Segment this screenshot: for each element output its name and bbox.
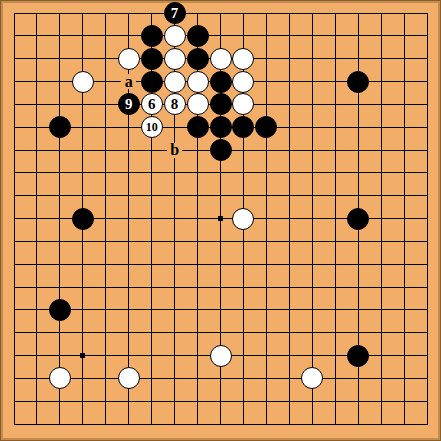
- black-stone[interactable]: [141, 71, 163, 93]
- black-stone[interactable]: [347, 71, 369, 93]
- black-stone-move-7[interactable]: 7: [164, 2, 186, 24]
- black-stone[interactable]: [210, 71, 232, 93]
- move-number-label: 10: [146, 121, 158, 133]
- grid-line-horizontal: [14, 264, 428, 265]
- black-stone[interactable]: [210, 116, 232, 138]
- white-stone[interactable]: [187, 93, 209, 115]
- grid-line-vertical: [312, 13, 313, 425]
- white-stone[interactable]: [118, 48, 140, 70]
- black-stone[interactable]: [255, 116, 277, 138]
- black-stone[interactable]: [347, 345, 369, 367]
- black-stone[interactable]: [49, 299, 71, 321]
- white-stone[interactable]: [301, 367, 323, 389]
- grid-line-horizontal: [14, 378, 428, 379]
- black-stone[interactable]: [49, 116, 71, 138]
- grid-line-vertical: [404, 13, 405, 425]
- grid-line-horizontal: [14, 332, 428, 333]
- black-stone[interactable]: [210, 139, 232, 161]
- star-point: [80, 353, 85, 358]
- black-stone[interactable]: [210, 93, 232, 115]
- black-stone[interactable]: [232, 116, 254, 138]
- white-stone[interactable]: [164, 25, 186, 47]
- black-stone[interactable]: [141, 48, 163, 70]
- move-number-label: 6: [148, 96, 156, 111]
- white-stone[interactable]: [164, 48, 186, 70]
- black-stone[interactable]: [141, 25, 163, 47]
- white-stone[interactable]: [232, 208, 254, 230]
- white-stone-move-8[interactable]: 8: [164, 93, 186, 115]
- white-stone[interactable]: [210, 345, 232, 367]
- grid-line-horizontal: [14, 287, 428, 288]
- white-stone[interactable]: [232, 48, 254, 70]
- black-stone[interactable]: [187, 25, 209, 47]
- go-board[interactable]: 796810ab: [0, 0, 441, 441]
- black-stone[interactable]: [72, 208, 94, 230]
- white-stone[interactable]: [49, 367, 71, 389]
- grid-line-vertical: [266, 13, 267, 425]
- black-stone[interactable]: [187, 116, 209, 138]
- white-stone-move-6[interactable]: 6: [141, 93, 163, 115]
- star-point: [218, 216, 223, 221]
- white-stone[interactable]: [118, 367, 140, 389]
- move-number-label: 7: [171, 5, 179, 20]
- white-stone[interactable]: [232, 71, 254, 93]
- go-diagram: 796810ab: [0, 0, 441, 441]
- grid-line-horizontal: [14, 424, 428, 425]
- grid-line-horizontal: [14, 401, 428, 402]
- white-stone[interactable]: [164, 71, 186, 93]
- grid-line-vertical: [289, 13, 290, 425]
- black-stone-move-9[interactable]: 9: [118, 93, 140, 115]
- black-stone[interactable]: [347, 208, 369, 230]
- black-stone[interactable]: [187, 48, 209, 70]
- grid-line-horizontal: [14, 309, 428, 310]
- point-label-b: b: [167, 143, 182, 158]
- move-number-label: 8: [171, 96, 179, 111]
- white-stone[interactable]: [72, 71, 94, 93]
- white-stone[interactable]: [232, 93, 254, 115]
- white-stone[interactable]: [187, 71, 209, 93]
- white-stone-move-10[interactable]: 10: [141, 116, 163, 138]
- grid-line-vertical: [427, 13, 428, 425]
- grid-line-vertical: [381, 13, 382, 425]
- white-stone[interactable]: [210, 48, 232, 70]
- grid-line-vertical: [335, 13, 336, 425]
- move-number-label: 9: [125, 96, 133, 111]
- point-label-a: a: [121, 74, 136, 89]
- grid-line-horizontal: [14, 241, 428, 242]
